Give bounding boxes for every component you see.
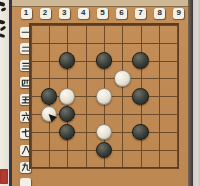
black-stone-c7r5[interactable] xyxy=(132,88,149,105)
black-stone-c5r3[interactable] xyxy=(96,52,113,69)
grid-line-vertical xyxy=(122,25,123,167)
black-stone-c3r3[interactable] xyxy=(59,52,76,69)
calligraphy-stroke xyxy=(0,33,5,38)
column-label-5: 5 xyxy=(97,8,108,19)
column-label-9: 9 xyxy=(173,8,184,19)
column-label-3: 3 xyxy=(59,8,70,19)
black-stone-c3r6[interactable] xyxy=(59,106,76,123)
calligraphy-stroke xyxy=(1,7,7,12)
red-seal xyxy=(0,169,8,184)
right-edge-strip xyxy=(193,0,200,186)
calligraphy-stroke xyxy=(0,26,6,32)
column-label-4: 4 xyxy=(78,8,89,19)
black-stone-c5r8[interactable] xyxy=(96,142,113,159)
black-stone-c7r7[interactable] xyxy=(132,124,149,141)
grid-line-horizontal xyxy=(31,168,177,169)
grid-line-vertical xyxy=(159,25,160,167)
black-stone-c7r3[interactable] xyxy=(132,52,149,69)
column-label-8: 8 xyxy=(154,8,165,19)
calligraphy-stroke xyxy=(0,1,5,7)
column-label-7: 7 xyxy=(135,8,146,19)
black-stone-c3r7[interactable] xyxy=(59,124,76,141)
column-label-6: 6 xyxy=(116,8,127,19)
top-margin-band xyxy=(8,0,192,7)
white-stone-c5r5[interactable] xyxy=(96,88,113,105)
white-stone-c5r7[interactable] xyxy=(96,124,113,141)
calligraphy-stroke xyxy=(0,19,5,24)
go-board[interactable] xyxy=(29,23,179,169)
calligraphy-scroll xyxy=(0,0,12,186)
partial-badge xyxy=(20,178,31,186)
black-stone-c2r5[interactable] xyxy=(41,88,58,105)
white-stone-c3r5[interactable] xyxy=(59,88,76,105)
column-label-1: 1 xyxy=(21,8,32,19)
go-game-screen: 123456789 xyxy=(0,0,200,186)
column-label-2: 2 xyxy=(40,8,51,19)
white-stone-c6r4[interactable] xyxy=(114,70,131,87)
grid-line-vertical xyxy=(177,25,178,167)
